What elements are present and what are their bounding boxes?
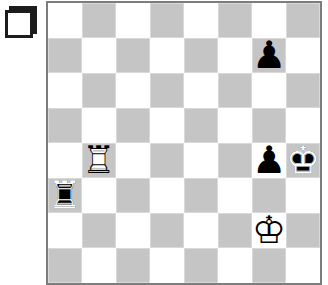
square-c5[interactable] — [116, 108, 150, 143]
square-a2[interactable] — [48, 213, 82, 248]
square-e1[interactable] — [184, 248, 218, 283]
square-d5[interactable] — [150, 108, 184, 143]
black-king[interactable]: ♚♔ — [286, 143, 320, 178]
square-e6[interactable] — [184, 73, 218, 108]
square-f3[interactable] — [218, 178, 252, 213]
king-glyph-outline: ♔ — [286, 142, 320, 177]
square-c7[interactable] — [116, 38, 150, 73]
square-d7[interactable] — [150, 38, 184, 73]
square-b7[interactable] — [82, 38, 116, 73]
square-g2[interactable]: ♚♔ — [252, 213, 286, 248]
white-rook[interactable]: ♜♖ — [82, 143, 116, 178]
rook-glyph-fill: ♜ — [48, 177, 82, 212]
square-d1[interactable] — [150, 248, 184, 283]
square-h2[interactable] — [286, 213, 320, 248]
square-e7[interactable] — [184, 38, 218, 73]
square-c4[interactable] — [116, 143, 150, 178]
square-f2[interactable] — [218, 213, 252, 248]
square-g1[interactable] — [252, 248, 286, 283]
square-c3[interactable] — [116, 178, 150, 213]
square-f1[interactable] — [218, 248, 252, 283]
square-h4[interactable]: ♚♔ — [286, 143, 320, 178]
square-h7[interactable] — [286, 38, 320, 73]
square-e3[interactable] — [184, 178, 218, 213]
black-rook[interactable]: ♜♖ — [48, 178, 82, 213]
square-h5[interactable] — [286, 108, 320, 143]
rook-glyph-outline: ♖ — [82, 142, 116, 177]
square-b8[interactable] — [82, 3, 116, 38]
square-d3[interactable] — [150, 178, 184, 213]
square-c1[interactable] — [116, 248, 150, 283]
square-a8[interactable] — [48, 3, 82, 38]
chess-diagram: ♟♜♖♟♚♔♜♖♚♔ — [0, 0, 328, 285]
square-g5[interactable] — [252, 108, 286, 143]
square-h6[interactable] — [286, 73, 320, 108]
square-g7[interactable]: ♟ — [252, 38, 286, 73]
square-g4[interactable]: ♟ — [252, 143, 286, 178]
square-e2[interactable] — [184, 213, 218, 248]
square-f6[interactable] — [218, 73, 252, 108]
square-d6[interactable] — [150, 73, 184, 108]
square-f8[interactable] — [218, 3, 252, 38]
square-b6[interactable] — [82, 73, 116, 108]
square-e5[interactable] — [184, 108, 218, 143]
square-d2[interactable] — [150, 213, 184, 248]
square-d4[interactable] — [150, 143, 184, 178]
square-b1[interactable] — [82, 248, 116, 283]
square-a3[interactable]: ♜♖ — [48, 178, 82, 213]
square-b5[interactable] — [82, 108, 116, 143]
black-pawn[interactable]: ♟ — [252, 38, 286, 73]
chess-board: ♟♜♖♟♚♔♜♖♚♔ — [46, 1, 322, 285]
square-a1[interactable] — [48, 248, 82, 283]
square-g8[interactable] — [252, 3, 286, 38]
square-g6[interactable] — [252, 73, 286, 108]
square-f4[interactable] — [218, 143, 252, 178]
square-c2[interactable] — [116, 213, 150, 248]
king-glyph-outline: ♔ — [252, 212, 286, 247]
square-e4[interactable] — [184, 143, 218, 178]
square-g3[interactable] — [252, 178, 286, 213]
pawn-glyph-fill: ♟ — [252, 142, 286, 177]
square-b4[interactable]: ♜♖ — [82, 143, 116, 178]
square-f7[interactable] — [218, 38, 252, 73]
king-glyph-fill: ♚ — [252, 212, 286, 247]
square-f5[interactable] — [218, 108, 252, 143]
king-glyph-fill: ♚ — [286, 142, 320, 177]
square-a7[interactable] — [48, 38, 82, 73]
square-a5[interactable] — [48, 108, 82, 143]
square-c8[interactable] — [116, 3, 150, 38]
square-b2[interactable] — [82, 213, 116, 248]
square-h3[interactable] — [286, 178, 320, 213]
white-king[interactable]: ♚♔ — [252, 213, 286, 248]
pawn-glyph-fill: ♟ — [252, 37, 286, 72]
rook-glyph-outline: ♖ — [48, 177, 82, 212]
rook-glyph-fill: ♜ — [82, 142, 116, 177]
square-b3[interactable] — [82, 178, 116, 213]
square-e8[interactable] — [184, 3, 218, 38]
square-a6[interactable] — [48, 73, 82, 108]
square-h1[interactable] — [286, 248, 320, 283]
square-h8[interactable] — [286, 3, 320, 38]
white-to-move-indicator — [5, 10, 33, 38]
square-c6[interactable] — [116, 73, 150, 108]
square-a4[interactable] — [48, 143, 82, 178]
square-d8[interactable] — [150, 3, 184, 38]
black-pawn[interactable]: ♟ — [252, 143, 286, 178]
